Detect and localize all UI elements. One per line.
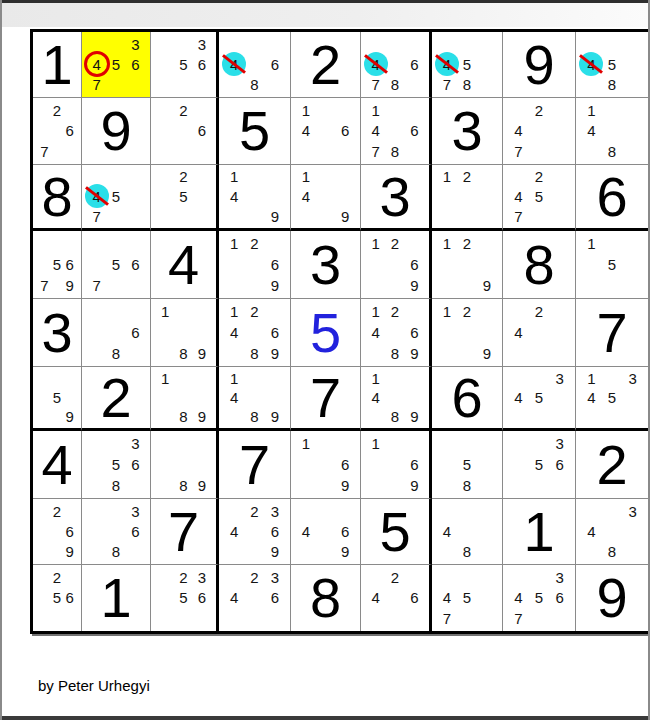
given-digit: 9: [100, 103, 131, 159]
pencil-mark-6: [193, 187, 211, 207]
given-digit: 3: [379, 169, 410, 225]
pencil-mark-5: [602, 121, 623, 142]
pencil-grid: 1269: [219, 231, 290, 298]
pencil-grid: 356: [503, 431, 575, 498]
cell-r8c5[interactable]: 469: [291, 499, 361, 565]
pencil-mark-8: [385, 475, 404, 496]
pencil-mark-8: [244, 275, 264, 296]
pencil-mark-5: 5: [529, 454, 550, 475]
pencil-mark-2: 2: [51, 100, 64, 121]
pencil-mark-9: 9: [63, 407, 76, 426]
pencil-mark-5: [106, 322, 125, 343]
pencil-mark-2: [457, 433, 477, 454]
cell-r5c4[interactable]: 124689: [219, 299, 291, 367]
given-digit: 2: [310, 37, 341, 93]
pencil-mark-9: [549, 475, 570, 496]
cell-r8c3[interactable]: 7: [151, 499, 219, 565]
pencil-mark-5: 5: [106, 254, 125, 275]
cell-r7c8[interactable]: 356: [503, 431, 576, 499]
pencil-grid: 458: [576, 32, 648, 97]
pencil-mark-7: 7: [508, 608, 529, 629]
pencil-mark-3: [477, 567, 497, 588]
pencil-mark-5: [244, 388, 264, 407]
pencil-grid: 246: [361, 565, 429, 631]
pencil-mark-8: 8: [244, 343, 264, 364]
pencil-mark-6: [477, 588, 497, 609]
pencil-mark-8: 8: [174, 343, 192, 364]
pencil-grid: 34567: [503, 565, 575, 631]
pencil-mark-7: [87, 475, 106, 496]
cell-r1c1[interactable]: 1: [33, 32, 82, 98]
pencil-mark-2: 2: [457, 233, 477, 254]
pencil-grid: 2356: [151, 565, 216, 631]
cell-r5c9[interactable]: 7: [576, 299, 648, 367]
pencil-mark-7: [156, 75, 174, 95]
cell-r3c5[interactable]: 149: [291, 165, 361, 231]
pencil-mark-1: [156, 567, 174, 588]
pencil-mark-8: [244, 542, 264, 562]
pencil-mark-9: [549, 407, 570, 426]
pencil-mark-1: [156, 100, 174, 121]
cell-r7c7[interactable]: 58: [432, 431, 503, 499]
pencil-mark-2: [457, 567, 477, 588]
cell-r4c6[interactable]: 1269: [361, 231, 432, 299]
pencil-mark-7: [366, 475, 385, 496]
pencil-mark-1: [296, 501, 316, 521]
given-digit: 3: [451, 103, 482, 159]
pencil-mark-6: 6: [126, 454, 145, 475]
pencil-mark-1: [38, 233, 51, 254]
given-digit: 4: [168, 237, 199, 293]
pencil-mark-3: [265, 34, 285, 54]
cell-r3c6[interactable]: 3: [361, 165, 432, 231]
cell-r5c5[interactable]: 5: [291, 299, 361, 367]
pencil-mark-3: [622, 34, 643, 54]
pencil-grid: 189: [151, 299, 216, 366]
cell-r9c3[interactable]: 2356: [151, 565, 219, 631]
pencil-mark-9: [405, 141, 424, 162]
cell-r4c7[interactable]: 129: [432, 231, 503, 299]
cell-r2c4[interactable]: 5: [219, 98, 291, 165]
pencil-grid: 1489: [361, 367, 429, 428]
pencil-mark-3: [405, 567, 424, 588]
pencil-mark-5: 5: [529, 187, 550, 207]
pencil-mark-6: [126, 187, 145, 207]
cell-r7c9[interactable]: 2: [576, 431, 648, 499]
cell-r7c4[interactable]: 7: [219, 431, 291, 499]
cell-r6c3[interactable]: 189: [151, 367, 219, 431]
pencil-mark-6: [477, 521, 497, 541]
pencil-mark-7: [224, 542, 244, 562]
pencil-mark-5: 5: [106, 454, 125, 475]
cell-r1c5[interactable]: 2: [291, 32, 361, 98]
pencil-mark-2: [244, 167, 264, 187]
pencil-mark-8: 8: [602, 75, 623, 95]
pencil-mark-7: [296, 542, 316, 562]
pencil-mark-3: [622, 100, 643, 121]
pencil-mark-3: [622, 233, 643, 254]
cell-r9c8[interactable]: 34567: [503, 565, 576, 631]
cell-r6c5[interactable]: 7: [291, 367, 361, 431]
pencil-mark-4: [156, 322, 174, 343]
pencil-mark-3: 3: [265, 567, 285, 588]
pencil-mark-5: [457, 521, 477, 541]
pencil-mark-8: [106, 206, 125, 226]
pencil-mark-7: [437, 275, 457, 296]
cell-r1c8[interactable]: 9: [503, 32, 576, 98]
pencil-mark-4: 4: [366, 588, 385, 609]
cell-r2c7[interactable]: 3: [432, 98, 503, 165]
pencil-mark-2: [602, 369, 623, 388]
pencil-mark-2: [457, 34, 477, 54]
pencil-mark-2: 2: [244, 567, 264, 588]
pencil-mark-2: [316, 501, 336, 521]
pencil-mark-4: [156, 121, 174, 142]
pencil-mark-5: 5: [457, 588, 477, 609]
pencil-mark-8: 8: [385, 75, 404, 95]
pencil-mark-5: [385, 322, 404, 343]
pencil-mark-7: [366, 343, 385, 364]
cell-r9c2[interactable]: 1: [82, 565, 151, 631]
pencil-mark-9: [477, 475, 497, 496]
cell-r8c6[interactable]: 5: [361, 499, 432, 565]
pencil-mark-6: 6: [63, 254, 76, 275]
solved-digit: 5: [310, 305, 341, 361]
pencil-mark-7: 7: [38, 141, 51, 162]
pencil-mark-5: 5: [602, 388, 623, 407]
pencil-mark-6: 6: [126, 254, 145, 275]
pencil-grid: 269: [33, 499, 81, 564]
pencil-mark-8: [529, 141, 550, 162]
cell-r3c9[interactable]: 6: [576, 165, 648, 231]
pencil-mark-2: [602, 100, 623, 121]
pencil-mark-5: [244, 588, 264, 609]
cell-r5c1[interactable]: 3: [33, 299, 82, 367]
cell-r6c1[interactable]: 59: [33, 367, 82, 431]
pencil-mark-9: [549, 343, 570, 364]
cell-r1c3[interactable]: 356: [151, 32, 219, 98]
cell-r6c6[interactable]: 1489: [361, 367, 432, 431]
pencil-mark-3: [265, 369, 285, 388]
pencil-mark-1: [581, 34, 602, 54]
pencil-mark-7: 7: [366, 141, 385, 162]
pencil-grid: 5679: [33, 231, 81, 298]
cell-r6c9[interactable]: 1345: [576, 367, 648, 431]
pencil-mark-5: 5: [602, 254, 623, 275]
pencil-mark-9: [265, 608, 285, 629]
pencil-mark-6: 6: [63, 521, 76, 541]
pencil-mark-4: 4: [508, 388, 529, 407]
pencil-grid: 149: [219, 165, 290, 228]
pencil-mark-3: [335, 100, 355, 121]
pencil-mark-7: [366, 275, 385, 296]
pencil-mark-9: [477, 542, 497, 562]
pencil-mark-6: [622, 521, 643, 541]
pencil-mark-4: 4: [508, 322, 529, 343]
cell-r7c1[interactable]: 4: [33, 431, 82, 499]
cell-r5c8[interactable]: 24: [503, 299, 576, 367]
pencil-grid: 348: [576, 499, 648, 564]
cell-r9c7[interactable]: 457: [432, 565, 503, 631]
pencil-grid: 129: [432, 231, 502, 298]
cell-r7c5[interactable]: 169: [291, 431, 361, 499]
pencil-mark-6: [622, 254, 643, 275]
pencil-grid: 457: [82, 165, 150, 228]
pencil-mark-1: [437, 567, 457, 588]
pencil-mark-5: [174, 322, 192, 343]
pencil-mark-7: 7: [87, 275, 106, 296]
pencil-mark-6: 6: [63, 588, 76, 609]
pencil-grid: 148: [576, 98, 648, 164]
pencil-mark-9: [63, 141, 76, 162]
pencil-mark-1: 1: [437, 233, 457, 254]
pencil-grid: 247: [503, 98, 575, 164]
pencil-mark-2: [385, 100, 404, 121]
cell-r3c8[interactable]: 2457: [503, 165, 576, 231]
pencil-mark-3: [193, 369, 211, 388]
pencil-mark-8: [316, 475, 336, 496]
pencil-grid: 4578: [432, 32, 502, 97]
pencil-mark-1: [156, 433, 174, 454]
pencil-mark-5: [316, 121, 336, 142]
pencil-grid: 1489: [219, 367, 290, 428]
pencil-mark-7: 7: [437, 75, 457, 95]
cell-r2c9[interactable]: 148: [576, 98, 648, 165]
given-digit: 1: [523, 504, 554, 560]
pencil-mark-1: [508, 369, 529, 388]
pencil-mark-1: [156, 34, 174, 54]
pencil-mark-4: 4: [366, 322, 385, 343]
cell-r4c9[interactable]: 15: [576, 231, 648, 299]
sudoku-board: 1345673564682467845789458267926514614678…: [30, 29, 650, 634]
cell-r4c2[interactable]: 567: [82, 231, 151, 299]
cell-r6c8[interactable]: 345: [503, 367, 576, 431]
pencil-grid: 457: [432, 565, 502, 631]
cell-r2c2[interactable]: 9: [82, 98, 151, 165]
given-digit: 3: [310, 237, 341, 293]
cell-r3c7[interactable]: 12: [432, 165, 503, 231]
pencil-mark-3: 3: [622, 501, 643, 521]
pencil-mark-8: 8: [385, 141, 404, 162]
pencil-mark-4: [38, 588, 51, 609]
pencil-mark-9: [549, 608, 570, 629]
pencil-mark-7: [224, 275, 244, 296]
pencil-mark-7: [508, 343, 529, 364]
pencil-mark-3: [335, 501, 355, 521]
pencil-mark-7: [156, 206, 174, 226]
pencil-mark-2: [51, 233, 64, 254]
cell-r4c1[interactable]: 5679: [33, 231, 82, 299]
pencil-mark-5: [385, 388, 404, 407]
cell-r1c9[interactable]: 458: [576, 32, 648, 98]
pencil-mark-1: [87, 501, 106, 521]
cell-r8c1[interactable]: 269: [33, 499, 82, 565]
pencil-mark-1: [508, 301, 529, 322]
pencil-mark-3: [477, 233, 497, 254]
pencil-mark-3: [63, 233, 76, 254]
pencil-mark-8: [106, 75, 125, 95]
titlebar: [2, 3, 648, 27]
pencil-mark-9: 9: [193, 475, 211, 496]
pencil-mark-7: 7: [366, 75, 385, 95]
cell-r3c2[interactable]: 457: [82, 165, 151, 231]
pencil-grid: 58: [432, 431, 502, 498]
cell-r1c4[interactable]: 468: [219, 32, 291, 98]
pencil-mark-3: 3: [622, 369, 643, 388]
pencil-mark-6: 6: [405, 588, 424, 609]
pencil-mark-6: [622, 121, 643, 142]
pencil-mark-4: 4: [296, 521, 316, 541]
cell-r1c7[interactable]: 4578: [432, 32, 503, 98]
pencil-mark-8: [316, 206, 336, 226]
pencil-mark-8: [174, 75, 192, 95]
cell-r5c6[interactable]: 124689: [361, 299, 432, 367]
cell-r5c2[interactable]: 68: [82, 299, 151, 367]
cell-r3c1[interactable]: 8: [33, 165, 82, 231]
pencil-mark-9: [477, 206, 497, 226]
cell-r8c8[interactable]: 1: [503, 499, 576, 565]
pencil-mark-5: [385, 54, 404, 74]
cell-r4c8[interactable]: 8: [503, 231, 576, 299]
pencil-mark-6: [265, 187, 285, 207]
pencil-grid: 356: [151, 32, 216, 97]
pencil-mark-2: 2: [174, 567, 192, 588]
pencil-mark-3: [477, 501, 497, 521]
pencil-mark-2: 2: [244, 301, 264, 322]
cell-r7c2[interactable]: 3568: [82, 431, 151, 499]
pencil-mark-2: 2: [529, 301, 550, 322]
cell-r4c5[interactable]: 3: [291, 231, 361, 299]
pencil-mark-4: 4: [296, 121, 316, 142]
pencil-mark-8: 8: [602, 141, 623, 162]
cell-r8c4[interactable]: 23469: [219, 499, 291, 565]
cell-r6c2[interactable]: 2: [82, 367, 151, 431]
cell-r8c9[interactable]: 348: [576, 499, 648, 565]
pencil-mark-4: [508, 454, 529, 475]
cell-r9c1[interactable]: 256: [33, 565, 82, 631]
pencil-mark-7: [437, 343, 457, 364]
pencil-mark-6: [265, 388, 285, 407]
cell-r9c6[interactable]: 246: [361, 565, 432, 631]
cell-r2c6[interactable]: 14678: [361, 98, 432, 165]
cell-r3c3[interactable]: 25: [151, 165, 219, 231]
pencil-mark-9: 9: [265, 407, 285, 426]
pencil-mark-7: [38, 608, 51, 629]
pencil-grid: 169: [291, 431, 360, 498]
pencil-mark-1: 1: [437, 301, 457, 322]
pencil-mark-5: [106, 521, 125, 541]
pencil-grid: 345: [503, 367, 575, 428]
pencil-mark-9: [126, 275, 145, 296]
pencil-mark-4: [366, 454, 385, 475]
pencil-mark-5: [529, 121, 550, 142]
pencil-mark-4: [581, 254, 602, 275]
pencil-mark-5: 5: [602, 54, 623, 74]
pencil-mark-1: [508, 433, 529, 454]
pencil-mark-3: [63, 100, 76, 121]
pencil-mark-8: [385, 275, 404, 296]
pencil-mark-6: 6: [265, 54, 285, 74]
given-digit: 6: [596, 169, 627, 225]
pencil-mark-9: [622, 75, 643, 95]
pencil-mark-5: 5: [457, 454, 477, 475]
given-digit: 8: [523, 237, 554, 293]
pencil-mark-9: [193, 141, 211, 162]
given-digit: 8: [41, 169, 72, 225]
cell-r2c8[interactable]: 247: [503, 98, 576, 165]
cell-r5c7[interactable]: 129: [432, 299, 503, 367]
pencil-mark-6: [477, 54, 497, 74]
pencil-mark-4: [437, 454, 457, 475]
pencil-mark-2: [385, 34, 404, 54]
pencil-mark-4: [156, 54, 174, 74]
pencil-mark-6: 6: [335, 454, 355, 475]
cell-r9c9[interactable]: 9: [576, 565, 648, 631]
pencil-mark-5: 5: [51, 388, 64, 407]
cell-r4c4[interactable]: 1269: [219, 231, 291, 299]
pencil-mark-9: 9: [477, 275, 497, 296]
pencil-mark-1: [224, 34, 244, 54]
cell-r3c4[interactable]: 149: [219, 165, 291, 231]
cell-r4c3[interactable]: 4: [151, 231, 219, 299]
cell-r6c4[interactable]: 1489: [219, 367, 291, 431]
cell-r7c6[interactable]: 169: [361, 431, 432, 499]
pencil-mark-4: [87, 521, 106, 541]
pencil-mark-4: [87, 454, 106, 475]
pencil-mark-4: 4: [296, 187, 316, 207]
pencil-mark-1: 1: [296, 433, 316, 454]
pencil-mark-5: [244, 254, 264, 275]
pencil-mark-3: [549, 167, 570, 187]
cell-r1c2[interactable]: 34567: [82, 32, 151, 98]
pencil-mark-8: 8: [602, 542, 623, 562]
cell-r6c7[interactable]: 6: [432, 367, 503, 431]
pencil-mark-6: 6: [126, 322, 145, 343]
pencil-mark-2: [106, 34, 125, 54]
cell-r7c3[interactable]: 89: [151, 431, 219, 499]
pencil-mark-6: 6: [405, 254, 424, 275]
pencil-mark-9: 9: [335, 475, 355, 496]
cell-r1c6[interactable]: 4678: [361, 32, 432, 98]
cell-r2c3[interactable]: 26: [151, 98, 219, 165]
pencil-grid: 14678: [361, 98, 429, 164]
pencil-mark-6: [405, 388, 424, 407]
pencil-mark-6: 6: [265, 588, 285, 609]
cell-r2c5[interactable]: 146: [291, 98, 361, 165]
cell-r2c1[interactable]: 267: [33, 98, 82, 165]
cell-r9c5[interactable]: 8: [291, 565, 361, 631]
pencil-mark-3: [405, 34, 424, 54]
pencil-mark-4: 4: [508, 588, 529, 609]
pencil-mark-3: [193, 433, 211, 454]
pencil-mark-6: [193, 322, 211, 343]
pencil-mark-5: 5: [529, 388, 550, 407]
pencil-mark-5: [244, 322, 264, 343]
cell-r8c7[interactable]: 48: [432, 499, 503, 565]
pencil-mark-3: 3: [549, 369, 570, 388]
pencil-grid: 1345: [576, 367, 648, 428]
pencil-mark-5: 5: [106, 187, 125, 207]
cell-r5c3[interactable]: 189: [151, 299, 219, 367]
pencil-grid: 2346: [219, 565, 290, 631]
cell-r8c2[interactable]: 368: [82, 499, 151, 565]
cell-r9c4[interactable]: 2346: [219, 565, 291, 631]
pencil-mark-2: 2: [385, 567, 404, 588]
pencil-mark-7: [296, 206, 316, 226]
pencil-mark-9: [622, 275, 643, 296]
pencil-mark-1: 1: [366, 100, 385, 121]
pencil-mark-1: [508, 167, 529, 187]
